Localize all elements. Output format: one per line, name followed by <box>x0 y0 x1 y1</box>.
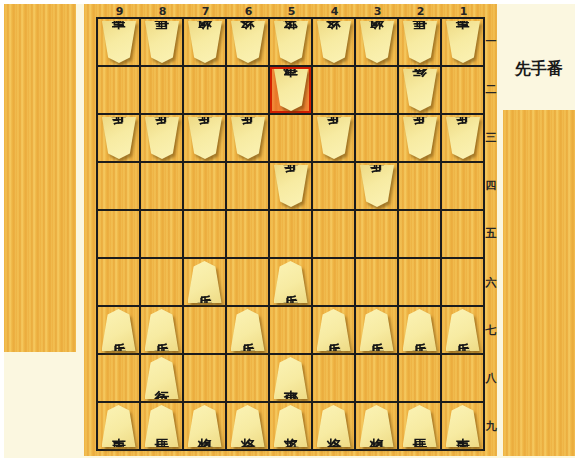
koma-kanji: 銀将 <box>360 21 394 63</box>
koma-kanji: 歩兵 <box>403 309 437 351</box>
cell-6-3[interactable]: 歩兵 <box>227 115 268 161</box>
koma-sente-4-7[interactable]: 歩兵 <box>317 309 351 351</box>
koma-kanji: 桂馬 <box>403 21 437 63</box>
cell-9-4[interactable] <box>98 163 139 209</box>
cell-4-1[interactable]: 金将 <box>313 19 354 65</box>
cell-9-3[interactable]: 歩兵 <box>98 115 139 161</box>
koma-sente-7-6[interactable]: 歩兵 <box>188 261 222 303</box>
cell-1-4[interactable] <box>442 163 483 209</box>
koma-sente-8-7[interactable]: 歩兵 <box>145 309 179 351</box>
cell-1-6[interactable] <box>442 259 483 305</box>
cell-6-8[interactable] <box>227 355 268 401</box>
cell-2-1[interactable]: 桂馬 <box>399 19 440 65</box>
koma-kanji: 飛車 <box>274 69 308 111</box>
cell-3-7[interactable]: 歩兵 <box>356 307 397 353</box>
cell-4-4[interactable] <box>313 163 354 209</box>
cell-6-9[interactable]: 金将 <box>227 403 268 449</box>
cell-8-9[interactable]: 桂馬 <box>141 403 182 449</box>
koma-kanji: 香車 <box>102 21 136 63</box>
cell-7-1[interactable]: 銀将 <box>184 19 225 65</box>
cell-1-2[interactable] <box>442 67 483 113</box>
cell-5-7[interactable] <box>270 307 311 353</box>
koma-kanji: 歩兵 <box>317 117 351 159</box>
koma-kanji: 飛車 <box>274 357 308 399</box>
cell-9-8[interactable] <box>98 355 139 401</box>
koma-kanji: 桂馬 <box>145 21 179 63</box>
koma-kanji: 歩兵 <box>231 117 265 159</box>
sente-captured-tray <box>503 110 575 456</box>
rank-label-4: 四 <box>485 162 497 210</box>
koma-kanji: 香車 <box>102 405 136 447</box>
rank-label-9: 九 <box>485 403 497 451</box>
koma-kanji: 歩兵 <box>102 309 136 351</box>
cell-8-8[interactable]: 角行 <box>141 355 182 401</box>
cell-9-2[interactable] <box>98 67 139 113</box>
cell-2-5[interactable] <box>399 211 440 257</box>
cell-3-4[interactable]: 歩兵 <box>356 163 397 209</box>
cell-4-8[interactable] <box>313 355 354 401</box>
cell-7-8[interactable] <box>184 355 225 401</box>
koma-kanji: 歩兵 <box>188 117 222 159</box>
koma-kanji: 金将 <box>231 21 265 63</box>
cell-5-5[interactable] <box>270 211 311 257</box>
koma-gote-8-3[interactable]: 歩兵 <box>145 117 179 159</box>
cell-2-4[interactable] <box>399 163 440 209</box>
cell-8-6[interactable] <box>141 259 182 305</box>
koma-sente-5-6[interactable]: 歩兵 <box>274 261 308 303</box>
cell-5-9[interactable]: 玉将 <box>270 403 311 449</box>
rank-label-2: 二 <box>485 65 497 113</box>
cell-7-2[interactable] <box>184 67 225 113</box>
cell-7-4[interactable] <box>184 163 225 209</box>
koma-gote-6-3[interactable]: 歩兵 <box>231 117 265 159</box>
cell-1-1[interactable]: 香車 <box>442 19 483 65</box>
koma-gote-5-4[interactable]: 歩兵 <box>274 165 308 207</box>
koma-gote-7-1[interactable]: 銀将 <box>188 21 222 63</box>
koma-sente-1-7[interactable]: 歩兵 <box>446 309 480 351</box>
koma-gote-1-3[interactable]: 歩兵 <box>446 117 480 159</box>
shogi-app-window: 987654321 香車桂馬銀将金将王将金将銀将桂馬香車飛車角行歩兵歩兵歩兵歩兵… <box>0 0 579 462</box>
shogi-board: 987654321 香車桂馬銀将金将王将金将銀将桂馬香車飛車角行歩兵歩兵歩兵歩兵… <box>84 4 497 456</box>
koma-gote-7-3[interactable]: 歩兵 <box>188 117 222 159</box>
cell-8-2[interactable] <box>141 67 182 113</box>
koma-kanji: 角行 <box>145 357 179 399</box>
koma-kanji: 銀将 <box>360 405 394 447</box>
cell-1-7[interactable]: 歩兵 <box>442 307 483 353</box>
koma-gote-6-1[interactable]: 金将 <box>231 21 265 63</box>
cell-6-5[interactable] <box>227 211 268 257</box>
cell-9-5[interactable] <box>98 211 139 257</box>
cell-4-7[interactable]: 歩兵 <box>313 307 354 353</box>
cell-5-2[interactable]: 飛車 <box>270 67 311 113</box>
cell-2-6[interactable] <box>399 259 440 305</box>
cell-7-5[interactable] <box>184 211 225 257</box>
cell-3-3[interactable] <box>356 115 397 161</box>
board-grid: 香車桂馬銀将金将王将金将銀将桂馬香車飛車角行歩兵歩兵歩兵歩兵歩兵歩兵歩兵歩兵歩兵… <box>96 17 485 451</box>
koma-kanji: 金将 <box>317 405 351 447</box>
koma-gote-3-1[interactable]: 銀将 <box>360 21 394 63</box>
koma-sente-9-7[interactable]: 歩兵 <box>102 309 136 351</box>
koma-kanji: 歩兵 <box>446 309 480 351</box>
koma-kanji: 歩兵 <box>145 117 179 159</box>
rank-labels: 一二三四五六七八九 <box>485 17 497 451</box>
koma-sente-3-9[interactable]: 銀将 <box>360 405 394 447</box>
cell-6-4[interactable] <box>227 163 268 209</box>
koma-sente-2-9[interactable]: 桂馬 <box>403 405 437 447</box>
cell-8-7[interactable]: 歩兵 <box>141 307 182 353</box>
koma-kanji: 玉将 <box>274 405 308 447</box>
cell-4-3[interactable]: 歩兵 <box>313 115 354 161</box>
koma-gote-1-1[interactable]: 香車 <box>446 21 480 63</box>
koma-sente-4-9[interactable]: 金将 <box>317 405 351 447</box>
koma-sente-1-9[interactable]: 香車 <box>446 405 480 447</box>
cell-6-6[interactable] <box>227 259 268 305</box>
koma-kanji: 歩兵 <box>403 117 437 159</box>
cell-7-3[interactable]: 歩兵 <box>184 115 225 161</box>
rank-label-5: 五 <box>485 210 497 258</box>
koma-kanji: 歩兵 <box>102 117 136 159</box>
cell-3-9[interactable]: 銀将 <box>356 403 397 449</box>
koma-gote-4-1[interactable]: 金将 <box>317 21 351 63</box>
cell-3-5[interactable] <box>356 211 397 257</box>
cell-6-1[interactable]: 金将 <box>227 19 268 65</box>
cell-4-5[interactable] <box>313 211 354 257</box>
koma-sente-2-7[interactable]: 歩兵 <box>403 309 437 351</box>
cell-4-9[interactable]: 金将 <box>313 403 354 449</box>
koma-sente-7-9[interactable]: 銀将 <box>188 405 222 447</box>
koma-gote-8-1[interactable]: 桂馬 <box>145 21 179 63</box>
gote-captured-tray <box>4 4 76 352</box>
koma-gote-5-1[interactable]: 王将 <box>274 21 308 63</box>
koma-gote-5-2[interactable]: 飛車 <box>274 69 308 111</box>
cell-1-9[interactable]: 香車 <box>442 403 483 449</box>
cell-5-4[interactable]: 歩兵 <box>270 163 311 209</box>
cell-8-1[interactable]: 桂馬 <box>141 19 182 65</box>
koma-kanji: 歩兵 <box>360 309 394 351</box>
koma-gote-2-1[interactable]: 桂馬 <box>403 21 437 63</box>
cell-1-3[interactable]: 歩兵 <box>442 115 483 161</box>
cell-2-9[interactable]: 桂馬 <box>399 403 440 449</box>
turn-indicator: 先手番 <box>501 58 577 80</box>
cell-5-6[interactable]: 歩兵 <box>270 259 311 305</box>
cell-1-8[interactable] <box>442 355 483 401</box>
koma-kanji: 歩兵 <box>231 309 265 351</box>
rank-label-1: 一 <box>485 17 497 65</box>
koma-kanji: 香車 <box>446 21 480 63</box>
rank-label-6: 六 <box>485 258 497 306</box>
cell-3-6[interactable] <box>356 259 397 305</box>
cell-8-5[interactable] <box>141 211 182 257</box>
koma-gote-9-3[interactable]: 歩兵 <box>102 117 136 159</box>
koma-sente-9-9[interactable]: 香車 <box>102 405 136 447</box>
cell-9-1[interactable]: 香車 <box>98 19 139 65</box>
cell-4-6[interactable] <box>313 259 354 305</box>
koma-kanji: 銀将 <box>188 21 222 63</box>
koma-sente-5-8[interactable]: 飛車 <box>274 357 308 399</box>
koma-kanji: 金将 <box>317 21 351 63</box>
cell-6-7[interactable]: 歩兵 <box>227 307 268 353</box>
koma-kanji: 香車 <box>446 405 480 447</box>
cell-9-9[interactable]: 香車 <box>98 403 139 449</box>
koma-kanji: 歩兵 <box>274 165 308 207</box>
koma-gote-4-3[interactable]: 歩兵 <box>317 117 351 159</box>
cell-2-3[interactable]: 歩兵 <box>399 115 440 161</box>
koma-kanji: 金将 <box>231 405 265 447</box>
cell-5-8[interactable]: 飛車 <box>270 355 311 401</box>
cell-2-2[interactable]: 角行 <box>399 67 440 113</box>
rank-label-3: 三 <box>485 113 497 161</box>
koma-sente-6-7[interactable]: 歩兵 <box>231 309 265 351</box>
cell-8-4[interactable] <box>141 163 182 209</box>
cell-8-3[interactable]: 歩兵 <box>141 115 182 161</box>
koma-kanji: 歩兵 <box>317 309 351 351</box>
cell-7-6[interactable]: 歩兵 <box>184 259 225 305</box>
koma-gote-9-1[interactable]: 香車 <box>102 21 136 63</box>
koma-sente-6-9[interactable]: 金将 <box>231 405 265 447</box>
rank-label-7: 七 <box>485 306 497 354</box>
cell-4-2[interactable] <box>313 67 354 113</box>
koma-sente-3-7[interactable]: 歩兵 <box>360 309 394 351</box>
koma-kanji: 歩兵 <box>145 309 179 351</box>
cell-1-5[interactable] <box>442 211 483 257</box>
koma-kanji: 桂馬 <box>403 405 437 447</box>
cell-9-7[interactable]: 歩兵 <box>98 307 139 353</box>
koma-kanji: 歩兵 <box>446 117 480 159</box>
koma-sente-5-9[interactable]: 玉将 <box>274 405 308 447</box>
cell-7-9[interactable]: 銀将 <box>184 403 225 449</box>
koma-kanji: 王将 <box>274 21 308 63</box>
cell-5-3[interactable] <box>270 115 311 161</box>
cell-9-6[interactable] <box>98 259 139 305</box>
koma-kanji: 歩兵 <box>188 261 222 303</box>
cell-3-2[interactable] <box>356 67 397 113</box>
koma-sente-8-9[interactable]: 桂馬 <box>145 405 179 447</box>
koma-kanji: 歩兵 <box>360 165 394 207</box>
rank-label-8: 八 <box>485 355 497 403</box>
cell-2-8[interactable] <box>399 355 440 401</box>
cell-3-8[interactable] <box>356 355 397 401</box>
cell-2-7[interactable]: 歩兵 <box>399 307 440 353</box>
koma-kanji: 歩兵 <box>274 261 308 303</box>
koma-kanji: 角行 <box>403 69 437 111</box>
koma-gote-2-3[interactable]: 歩兵 <box>403 117 437 159</box>
koma-kanji: 銀将 <box>188 405 222 447</box>
koma-sente-8-8[interactable]: 角行 <box>145 357 179 399</box>
cell-3-1[interactable]: 銀将 <box>356 19 397 65</box>
cell-7-7[interactable] <box>184 307 225 353</box>
cell-6-2[interactable] <box>227 67 268 113</box>
koma-kanji: 桂馬 <box>145 405 179 447</box>
cell-5-1[interactable]: 王将 <box>270 19 311 65</box>
koma-gote-2-2[interactable]: 角行 <box>403 69 437 111</box>
koma-gote-3-4[interactable]: 歩兵 <box>360 165 394 207</box>
